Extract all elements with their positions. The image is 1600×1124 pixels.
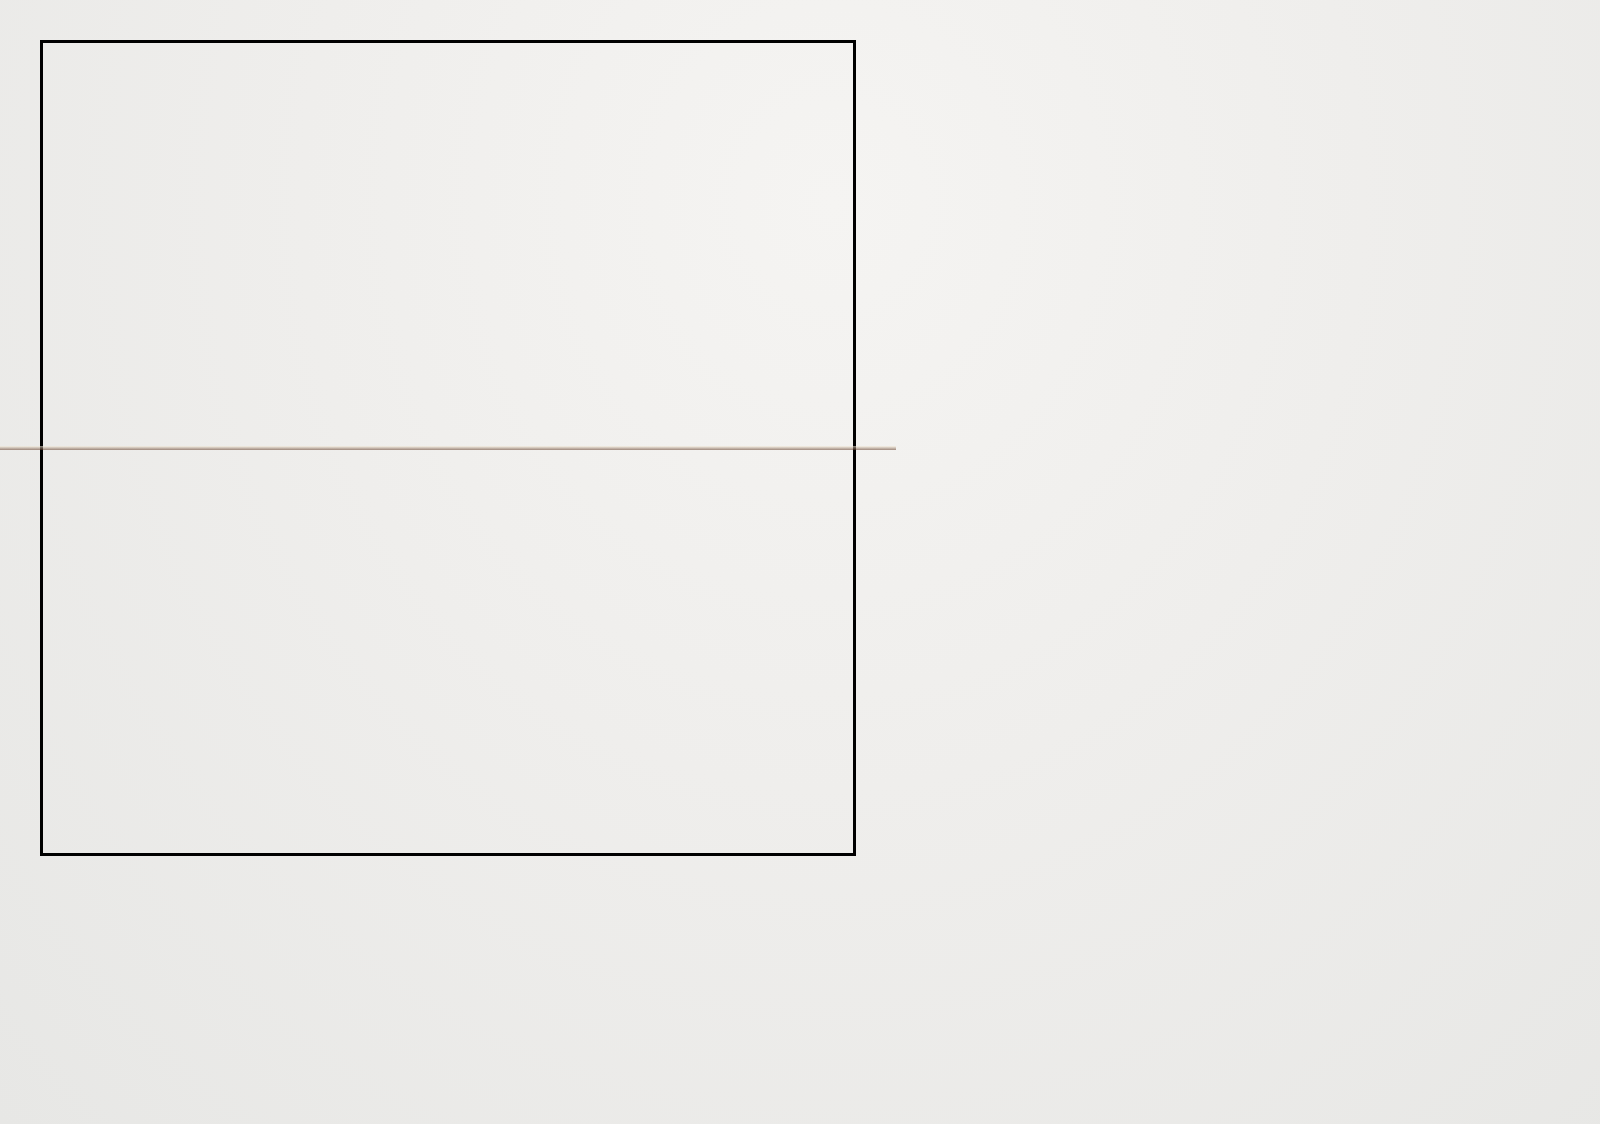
- photo-stage: [0, 0, 1600, 1124]
- chess-board: [0, 0, 896, 896]
- board-side-edge: [896, 340, 934, 896]
- board-squares: [48, 48, 848, 848]
